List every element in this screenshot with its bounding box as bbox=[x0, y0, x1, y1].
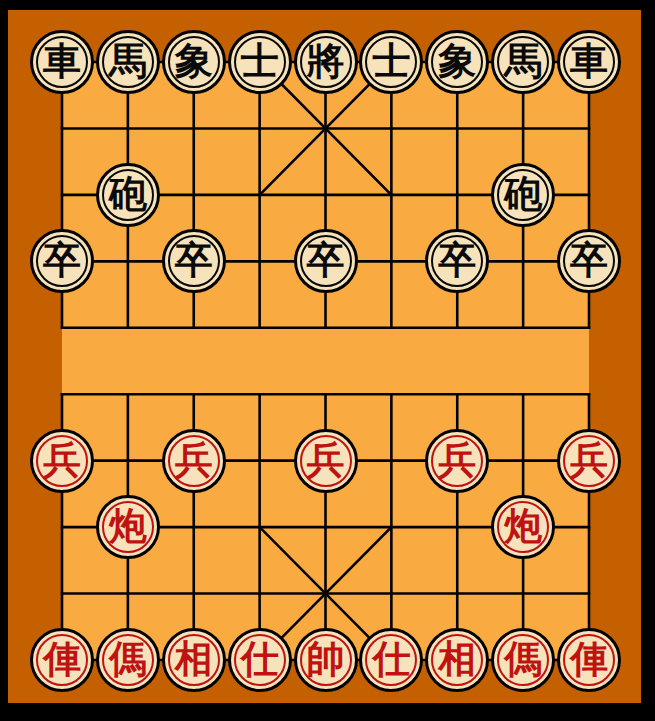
piece-black-horse[interactable]: 馬 bbox=[96, 30, 160, 94]
piece-inner-ring: 俥 bbox=[36, 634, 88, 686]
piece-glyph: 炮 bbox=[504, 507, 542, 545]
piece-inner-ring: 相 bbox=[431, 634, 483, 686]
piece-glyph: 仕 bbox=[241, 640, 279, 678]
piece-glyph: 相 bbox=[175, 640, 213, 678]
piece-inner-ring: 仕 bbox=[365, 634, 417, 686]
piece-glyph: 帥 bbox=[307, 640, 345, 678]
piece-inner-ring: 象 bbox=[431, 36, 483, 88]
piece-inner-ring: 炮 bbox=[497, 501, 549, 553]
piece-inner-ring: 卒 bbox=[300, 235, 352, 287]
piece-red-soldier[interactable]: 兵 bbox=[557, 429, 621, 493]
piece-inner-ring: 兵 bbox=[563, 435, 615, 487]
piece-black-general[interactable]: 將 bbox=[294, 30, 358, 94]
piece-inner-ring: 馬 bbox=[497, 36, 549, 88]
piece-inner-ring: 卒 bbox=[563, 235, 615, 287]
piece-inner-ring: 帥 bbox=[300, 634, 352, 686]
piece-glyph: 馬 bbox=[504, 42, 542, 80]
piece-glyph: 傌 bbox=[504, 640, 542, 678]
piece-inner-ring: 卒 bbox=[36, 235, 88, 287]
piece-red-elephant[interactable]: 相 bbox=[162, 628, 226, 692]
piece-inner-ring: 士 bbox=[365, 36, 417, 88]
piece-glyph: 傌 bbox=[109, 640, 147, 678]
piece-inner-ring: 卒 bbox=[431, 235, 483, 287]
piece-glyph: 象 bbox=[175, 42, 213, 80]
piece-glyph: 馬 bbox=[109, 42, 147, 80]
piece-black-cannon[interactable]: 砲 bbox=[96, 163, 160, 227]
piece-inner-ring: 相 bbox=[168, 634, 220, 686]
piece-inner-ring: 砲 bbox=[102, 169, 154, 221]
piece-inner-ring: 俥 bbox=[563, 634, 615, 686]
piece-glyph: 兵 bbox=[438, 441, 476, 479]
piece-black-cannon[interactable]: 砲 bbox=[491, 163, 555, 227]
piece-glyph: 士 bbox=[372, 42, 410, 80]
piece-inner-ring: 士 bbox=[234, 36, 286, 88]
piece-red-horse[interactable]: 傌 bbox=[491, 628, 555, 692]
piece-red-advisor[interactable]: 仕 bbox=[359, 628, 423, 692]
piece-glyph: 兵 bbox=[175, 441, 213, 479]
piece-black-soldier[interactable]: 卒 bbox=[557, 229, 621, 293]
piece-inner-ring: 兵 bbox=[431, 435, 483, 487]
piece-black-chariot[interactable]: 車 bbox=[557, 30, 621, 94]
piece-glyph: 俥 bbox=[43, 640, 81, 678]
piece-inner-ring: 卒 bbox=[168, 235, 220, 287]
piece-inner-ring: 仕 bbox=[234, 634, 286, 686]
piece-glyph: 俥 bbox=[570, 640, 608, 678]
piece-black-chariot[interactable]: 車 bbox=[30, 30, 94, 94]
piece-black-soldier[interactable]: 卒 bbox=[162, 229, 226, 293]
piece-glyph: 兵 bbox=[43, 441, 81, 479]
piece-black-advisor[interactable]: 士 bbox=[228, 30, 292, 94]
xiangqi-board: 車馬象士將士象馬車砲砲卒卒卒卒卒兵兵兵兵兵炮炮俥傌相仕帥仕相傌俥 bbox=[0, 0, 655, 721]
pieces-layer: 車馬象士將士象馬車砲砲卒卒卒卒卒兵兵兵兵兵炮炮俥傌相仕帥仕相傌俥 bbox=[0, 0, 655, 721]
piece-inner-ring: 馬 bbox=[102, 36, 154, 88]
piece-inner-ring: 傌 bbox=[497, 634, 549, 686]
piece-black-horse[interactable]: 馬 bbox=[491, 30, 555, 94]
piece-red-soldier[interactable]: 兵 bbox=[30, 429, 94, 493]
piece-inner-ring: 傌 bbox=[102, 634, 154, 686]
piece-inner-ring: 兵 bbox=[300, 435, 352, 487]
piece-inner-ring: 將 bbox=[300, 36, 352, 88]
piece-red-cannon[interactable]: 炮 bbox=[491, 495, 555, 559]
piece-red-soldier[interactable]: 兵 bbox=[162, 429, 226, 493]
piece-black-advisor[interactable]: 士 bbox=[359, 30, 423, 94]
piece-glyph: 卒 bbox=[438, 241, 476, 279]
piece-black-soldier[interactable]: 卒 bbox=[294, 229, 358, 293]
piece-glyph: 車 bbox=[43, 42, 81, 80]
piece-red-elephant[interactable]: 相 bbox=[425, 628, 489, 692]
piece-glyph: 兵 bbox=[307, 441, 345, 479]
piece-black-soldier[interactable]: 卒 bbox=[425, 229, 489, 293]
piece-red-chariot[interactable]: 俥 bbox=[557, 628, 621, 692]
piece-inner-ring: 車 bbox=[563, 36, 615, 88]
piece-red-chariot[interactable]: 俥 bbox=[30, 628, 94, 692]
piece-glyph: 兵 bbox=[570, 441, 608, 479]
piece-inner-ring: 兵 bbox=[36, 435, 88, 487]
piece-red-horse[interactable]: 傌 bbox=[96, 628, 160, 692]
piece-glyph: 卒 bbox=[175, 241, 213, 279]
piece-glyph: 砲 bbox=[109, 175, 147, 213]
piece-inner-ring: 象 bbox=[168, 36, 220, 88]
piece-inner-ring: 炮 bbox=[102, 501, 154, 553]
piece-red-cannon[interactable]: 炮 bbox=[96, 495, 160, 559]
piece-red-advisor[interactable]: 仕 bbox=[228, 628, 292, 692]
piece-red-soldier[interactable]: 兵 bbox=[425, 429, 489, 493]
piece-red-soldier[interactable]: 兵 bbox=[294, 429, 358, 493]
piece-black-soldier[interactable]: 卒 bbox=[30, 229, 94, 293]
piece-glyph: 將 bbox=[307, 42, 345, 80]
piece-red-general[interactable]: 帥 bbox=[294, 628, 358, 692]
piece-black-elephant[interactable]: 象 bbox=[425, 30, 489, 94]
piece-glyph: 炮 bbox=[109, 507, 147, 545]
piece-glyph: 砲 bbox=[504, 175, 542, 213]
piece-glyph: 卒 bbox=[43, 241, 81, 279]
piece-glyph: 卒 bbox=[570, 241, 608, 279]
piece-glyph: 仕 bbox=[372, 640, 410, 678]
piece-glyph: 士 bbox=[241, 42, 279, 80]
piece-inner-ring: 兵 bbox=[168, 435, 220, 487]
piece-glyph: 相 bbox=[438, 640, 476, 678]
piece-inner-ring: 車 bbox=[36, 36, 88, 88]
piece-glyph: 車 bbox=[570, 42, 608, 80]
piece-inner-ring: 砲 bbox=[497, 169, 549, 221]
piece-black-elephant[interactable]: 象 bbox=[162, 30, 226, 94]
piece-glyph: 象 bbox=[438, 42, 476, 80]
piece-glyph: 卒 bbox=[307, 241, 345, 279]
